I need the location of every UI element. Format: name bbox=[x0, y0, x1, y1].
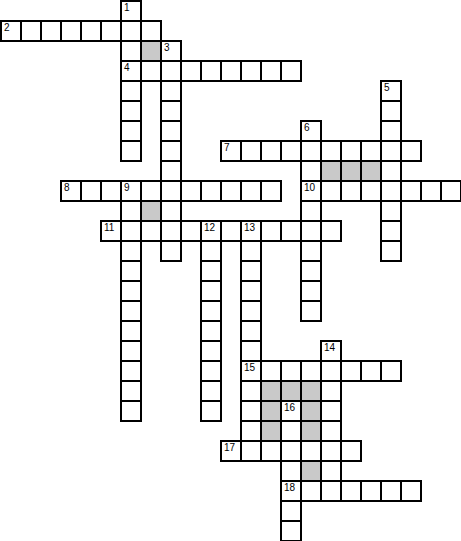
cell-c15-r13[interactable] bbox=[300, 260, 322, 282]
clue-number: 10 bbox=[304, 182, 315, 193]
clue-number: 6 bbox=[304, 122, 310, 133]
cell-c16-r23[interactable] bbox=[320, 460, 342, 482]
cell-c7-r9[interactable] bbox=[140, 180, 162, 202]
cell-c6-r20[interactable] bbox=[120, 400, 142, 422]
cell-c17-r24[interactable] bbox=[340, 480, 362, 502]
cell-c6-r7[interactable] bbox=[120, 140, 142, 162]
clue-number: 18 bbox=[284, 482, 295, 493]
cell-c19-r5[interactable] bbox=[380, 100, 402, 122]
clue-number: 17 bbox=[224, 442, 235, 453]
cell-c8-r12[interactable] bbox=[160, 240, 182, 262]
cell-c10-r11[interactable]: 12 bbox=[200, 220, 222, 242]
cell-c12-r3[interactable] bbox=[240, 60, 262, 82]
cell-c15-r22[interactable] bbox=[300, 440, 322, 462]
clue-number: 13 bbox=[244, 222, 255, 233]
cell-c12-r12[interactable] bbox=[240, 240, 262, 262]
cell-c13-r20[interactable] bbox=[260, 400, 282, 422]
cell-c20-r7[interactable] bbox=[400, 140, 422, 162]
cell-c14-r21[interactable] bbox=[280, 420, 302, 442]
cell-c7-r10[interactable] bbox=[140, 200, 162, 222]
cell-c6-r13[interactable] bbox=[120, 260, 142, 282]
cell-c15-r14[interactable] bbox=[300, 280, 322, 302]
cell-c16-r9[interactable] bbox=[320, 180, 342, 202]
cell-c13-r21[interactable] bbox=[260, 420, 282, 442]
cell-c17-r18[interactable] bbox=[340, 360, 362, 382]
cell-c19-r12[interactable] bbox=[380, 240, 402, 262]
clue-number: 16 bbox=[284, 402, 295, 413]
cell-c7-r3[interactable] bbox=[140, 60, 162, 82]
cell-c13-r18[interactable] bbox=[260, 360, 282, 382]
cell-c6-r1[interactable] bbox=[120, 20, 142, 42]
cell-c18-r9[interactable] bbox=[360, 180, 382, 202]
cell-c12-r7[interactable] bbox=[240, 140, 262, 162]
cell-c19-r10[interactable] bbox=[380, 200, 402, 222]
cell-c12-r15[interactable] bbox=[240, 300, 262, 322]
cell-c12-r21[interactable] bbox=[240, 420, 262, 442]
cell-c10-r14[interactable] bbox=[200, 280, 222, 302]
cell-c6-r18[interactable] bbox=[120, 360, 142, 382]
cell-c16-r11[interactable] bbox=[320, 220, 342, 242]
cell-c10-r15[interactable] bbox=[200, 300, 222, 322]
cell-c7-r1[interactable] bbox=[140, 20, 162, 42]
cell-c6-r3[interactable]: 4 bbox=[120, 60, 142, 82]
cell-c8-r2[interactable]: 3 bbox=[160, 40, 182, 62]
cell-c18-r24[interactable] bbox=[360, 480, 382, 502]
cell-c6-r14[interactable] bbox=[120, 280, 142, 302]
cell-c17-r22[interactable] bbox=[340, 440, 362, 462]
clue-number: 1 bbox=[124, 2, 130, 13]
cell-c15-r20[interactable] bbox=[300, 400, 322, 422]
cell-c6-r2[interactable] bbox=[120, 40, 142, 62]
cell-c16-r7[interactable] bbox=[320, 140, 342, 162]
cell-c8-r8[interactable] bbox=[160, 160, 182, 182]
cell-c14-r22[interactable] bbox=[280, 440, 302, 462]
cell-c14-r25[interactable] bbox=[280, 500, 302, 522]
cell-c17-r7[interactable] bbox=[340, 140, 362, 162]
cell-c15-r24[interactable] bbox=[300, 480, 322, 502]
cell-c16-r24[interactable] bbox=[320, 480, 342, 502]
cell-c15-r10[interactable] bbox=[300, 200, 322, 222]
clue-number: 7 bbox=[224, 142, 230, 153]
cell-c13-r3[interactable] bbox=[260, 60, 282, 82]
cell-c12-r17[interactable] bbox=[240, 340, 262, 362]
cell-c6-r10[interactable] bbox=[120, 200, 142, 222]
cell-c19-r6[interactable] bbox=[380, 120, 402, 142]
cell-c13-r7[interactable] bbox=[260, 140, 282, 162]
cell-c6-r9[interactable]: 9 bbox=[120, 180, 142, 202]
cell-c13-r22[interactable] bbox=[260, 440, 282, 462]
cell-c10-r19[interactable] bbox=[200, 380, 222, 402]
cell-c12-r16[interactable] bbox=[240, 320, 262, 342]
cell-c19-r24[interactable] bbox=[380, 480, 402, 502]
cell-c12-r9[interactable] bbox=[240, 180, 262, 202]
cell-c21-r9[interactable] bbox=[420, 180, 442, 202]
cell-c16-r22[interactable] bbox=[320, 440, 342, 462]
cell-c6-r0[interactable]: 1 bbox=[120, 0, 142, 22]
cell-c16-r21[interactable] bbox=[320, 420, 342, 442]
cell-c18-r18[interactable] bbox=[360, 360, 382, 382]
clue-number: 15 bbox=[244, 362, 255, 373]
cell-c10-r13[interactable] bbox=[200, 260, 222, 282]
cell-c14-r3[interactable] bbox=[280, 60, 302, 82]
cell-c14-r23[interactable] bbox=[280, 460, 302, 482]
cell-c12-r22[interactable] bbox=[240, 440, 262, 462]
cell-c9-r9[interactable] bbox=[180, 180, 202, 202]
cell-c6-r19[interactable] bbox=[120, 380, 142, 402]
cell-c10-r16[interactable] bbox=[200, 320, 222, 342]
cell-c14-r19[interactable] bbox=[280, 380, 302, 402]
cell-c15-r23[interactable] bbox=[300, 460, 322, 482]
cell-c4-r9[interactable] bbox=[80, 180, 102, 202]
cell-c18-r8[interactable] bbox=[360, 160, 382, 182]
cell-c14-r20[interactable]: 16 bbox=[280, 400, 302, 422]
cell-c15-r7[interactable] bbox=[300, 140, 322, 162]
cell-c11-r22[interactable]: 17 bbox=[220, 440, 242, 462]
cell-c15-r11[interactable] bbox=[300, 220, 322, 242]
cell-c14-r11[interactable] bbox=[280, 220, 302, 242]
cell-c17-r8[interactable] bbox=[340, 160, 362, 182]
cell-c11-r7[interactable]: 7 bbox=[220, 140, 242, 162]
cell-c22-r9[interactable] bbox=[440, 180, 461, 202]
cell-c19-r9[interactable] bbox=[380, 180, 402, 202]
cell-c15-r21[interactable] bbox=[300, 420, 322, 442]
cell-c5-r9[interactable] bbox=[100, 180, 122, 202]
cell-c20-r9[interactable] bbox=[400, 180, 422, 202]
cell-c6-r6[interactable] bbox=[120, 120, 142, 142]
cell-c15-r19[interactable] bbox=[300, 380, 322, 402]
cell-c15-r9[interactable]: 10 bbox=[300, 180, 322, 202]
cell-c6-r15[interactable] bbox=[120, 300, 142, 322]
cell-c16-r18[interactable] bbox=[320, 360, 342, 382]
clue-number: 14 bbox=[324, 342, 335, 353]
cell-c0-r1[interactable]: 2 bbox=[0, 20, 22, 42]
cell-c6-r17[interactable] bbox=[120, 340, 142, 362]
cell-c8-r6[interactable] bbox=[160, 120, 182, 142]
clue-number: 2 bbox=[4, 22, 10, 33]
cell-c7-r11[interactable] bbox=[140, 220, 162, 242]
clue-number: 8 bbox=[64, 182, 70, 193]
cell-c8-r3[interactable] bbox=[160, 60, 182, 82]
clue-number: 12 bbox=[204, 222, 215, 233]
cell-c12-r13[interactable] bbox=[240, 260, 262, 282]
cell-c6-r11[interactable] bbox=[120, 220, 142, 242]
cell-c5-r11[interactable]: 11 bbox=[100, 220, 122, 242]
cell-c18-r7[interactable] bbox=[360, 140, 382, 162]
cell-c16-r19[interactable] bbox=[320, 380, 342, 402]
cell-c20-r24[interactable] bbox=[400, 480, 422, 502]
crossword-grid: 123456789101112131415161718 bbox=[0, 0, 461, 541]
cell-c15-r12[interactable] bbox=[300, 240, 322, 262]
cell-c10-r18[interactable] bbox=[200, 360, 222, 382]
clue-number: 3 bbox=[164, 42, 170, 53]
cell-c8-r11[interactable] bbox=[160, 220, 182, 242]
cell-c8-r7[interactable] bbox=[160, 140, 182, 162]
clue-number: 11 bbox=[104, 222, 114, 233]
cell-c15-r18[interactable] bbox=[300, 360, 322, 382]
cell-c12-r18[interactable]: 15 bbox=[240, 360, 262, 382]
cell-c14-r18[interactable] bbox=[280, 360, 302, 382]
cell-c13-r9[interactable] bbox=[260, 180, 282, 202]
cell-c19-r8[interactable] bbox=[380, 160, 402, 182]
cell-c16-r17[interactable]: 14 bbox=[320, 340, 342, 362]
cell-c11-r11[interactable] bbox=[220, 220, 242, 242]
cell-c8-r5[interactable] bbox=[160, 100, 182, 122]
cell-c12-r20[interactable] bbox=[240, 400, 262, 422]
clue-number: 4 bbox=[124, 62, 130, 73]
cell-c19-r7[interactable] bbox=[380, 140, 402, 162]
cell-c12-r14[interactable] bbox=[240, 280, 262, 302]
cell-c9-r11[interactable] bbox=[180, 220, 202, 242]
clue-number: 9 bbox=[124, 182, 130, 193]
cell-c3-r1[interactable] bbox=[60, 20, 82, 42]
cell-c19-r4[interactable]: 5 bbox=[380, 80, 402, 102]
cell-c13-r19[interactable] bbox=[260, 380, 282, 402]
cell-c9-r3[interactable] bbox=[180, 60, 202, 82]
cell-c17-r9[interactable] bbox=[340, 180, 362, 202]
cell-c10-r9[interactable] bbox=[200, 180, 222, 202]
cell-c6-r5[interactable] bbox=[120, 100, 142, 122]
cell-c8-r4[interactable] bbox=[160, 80, 182, 102]
cell-c14-r24[interactable]: 18 bbox=[280, 480, 302, 502]
cell-c15-r8[interactable] bbox=[300, 160, 322, 182]
cell-c13-r11[interactable] bbox=[260, 220, 282, 242]
cell-c14-r7[interactable] bbox=[280, 140, 302, 162]
cell-c16-r20[interactable] bbox=[320, 400, 342, 422]
cell-c11-r3[interactable] bbox=[220, 60, 242, 82]
cell-c6-r4[interactable] bbox=[120, 80, 142, 102]
cell-c8-r10[interactable] bbox=[160, 200, 182, 222]
cell-c12-r11[interactable]: 13 bbox=[240, 220, 262, 242]
cell-c10-r3[interactable] bbox=[200, 60, 222, 82]
cell-c15-r6[interactable]: 6 bbox=[300, 120, 322, 142]
cell-c5-r1[interactable] bbox=[100, 20, 122, 42]
cell-c7-r2[interactable] bbox=[140, 40, 162, 62]
cell-c1-r1[interactable] bbox=[20, 20, 42, 42]
cell-c3-r9[interactable]: 8 bbox=[60, 180, 82, 202]
cell-c15-r15[interactable] bbox=[300, 300, 322, 322]
cell-c6-r12[interactable] bbox=[120, 240, 142, 262]
cell-c10-r20[interactable] bbox=[200, 400, 222, 422]
cell-c19-r18[interactable] bbox=[380, 360, 402, 382]
cell-c12-r19[interactable] bbox=[240, 380, 262, 402]
clue-number: 5 bbox=[384, 82, 390, 93]
cell-c8-r9[interactable] bbox=[160, 180, 182, 202]
cell-c4-r1[interactable] bbox=[80, 20, 102, 42]
cell-c10-r17[interactable] bbox=[200, 340, 222, 362]
cell-c10-r12[interactable] bbox=[200, 240, 222, 262]
cell-c6-r16[interactable] bbox=[120, 320, 142, 342]
cell-c14-r26[interactable] bbox=[280, 520, 302, 541]
cell-c16-r8[interactable] bbox=[320, 160, 342, 182]
cell-c19-r11[interactable] bbox=[380, 220, 402, 242]
cell-c2-r1[interactable] bbox=[40, 20, 62, 42]
cell-c11-r9[interactable] bbox=[220, 180, 242, 202]
